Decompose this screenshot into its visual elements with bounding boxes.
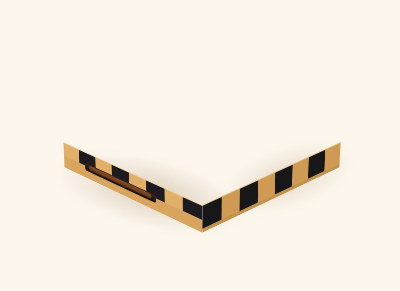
product-photo — [0, 0, 400, 291]
chess-board — [63, 91, 340, 205]
scene — [0, 0, 400, 291]
board-top — [63, 91, 340, 205]
